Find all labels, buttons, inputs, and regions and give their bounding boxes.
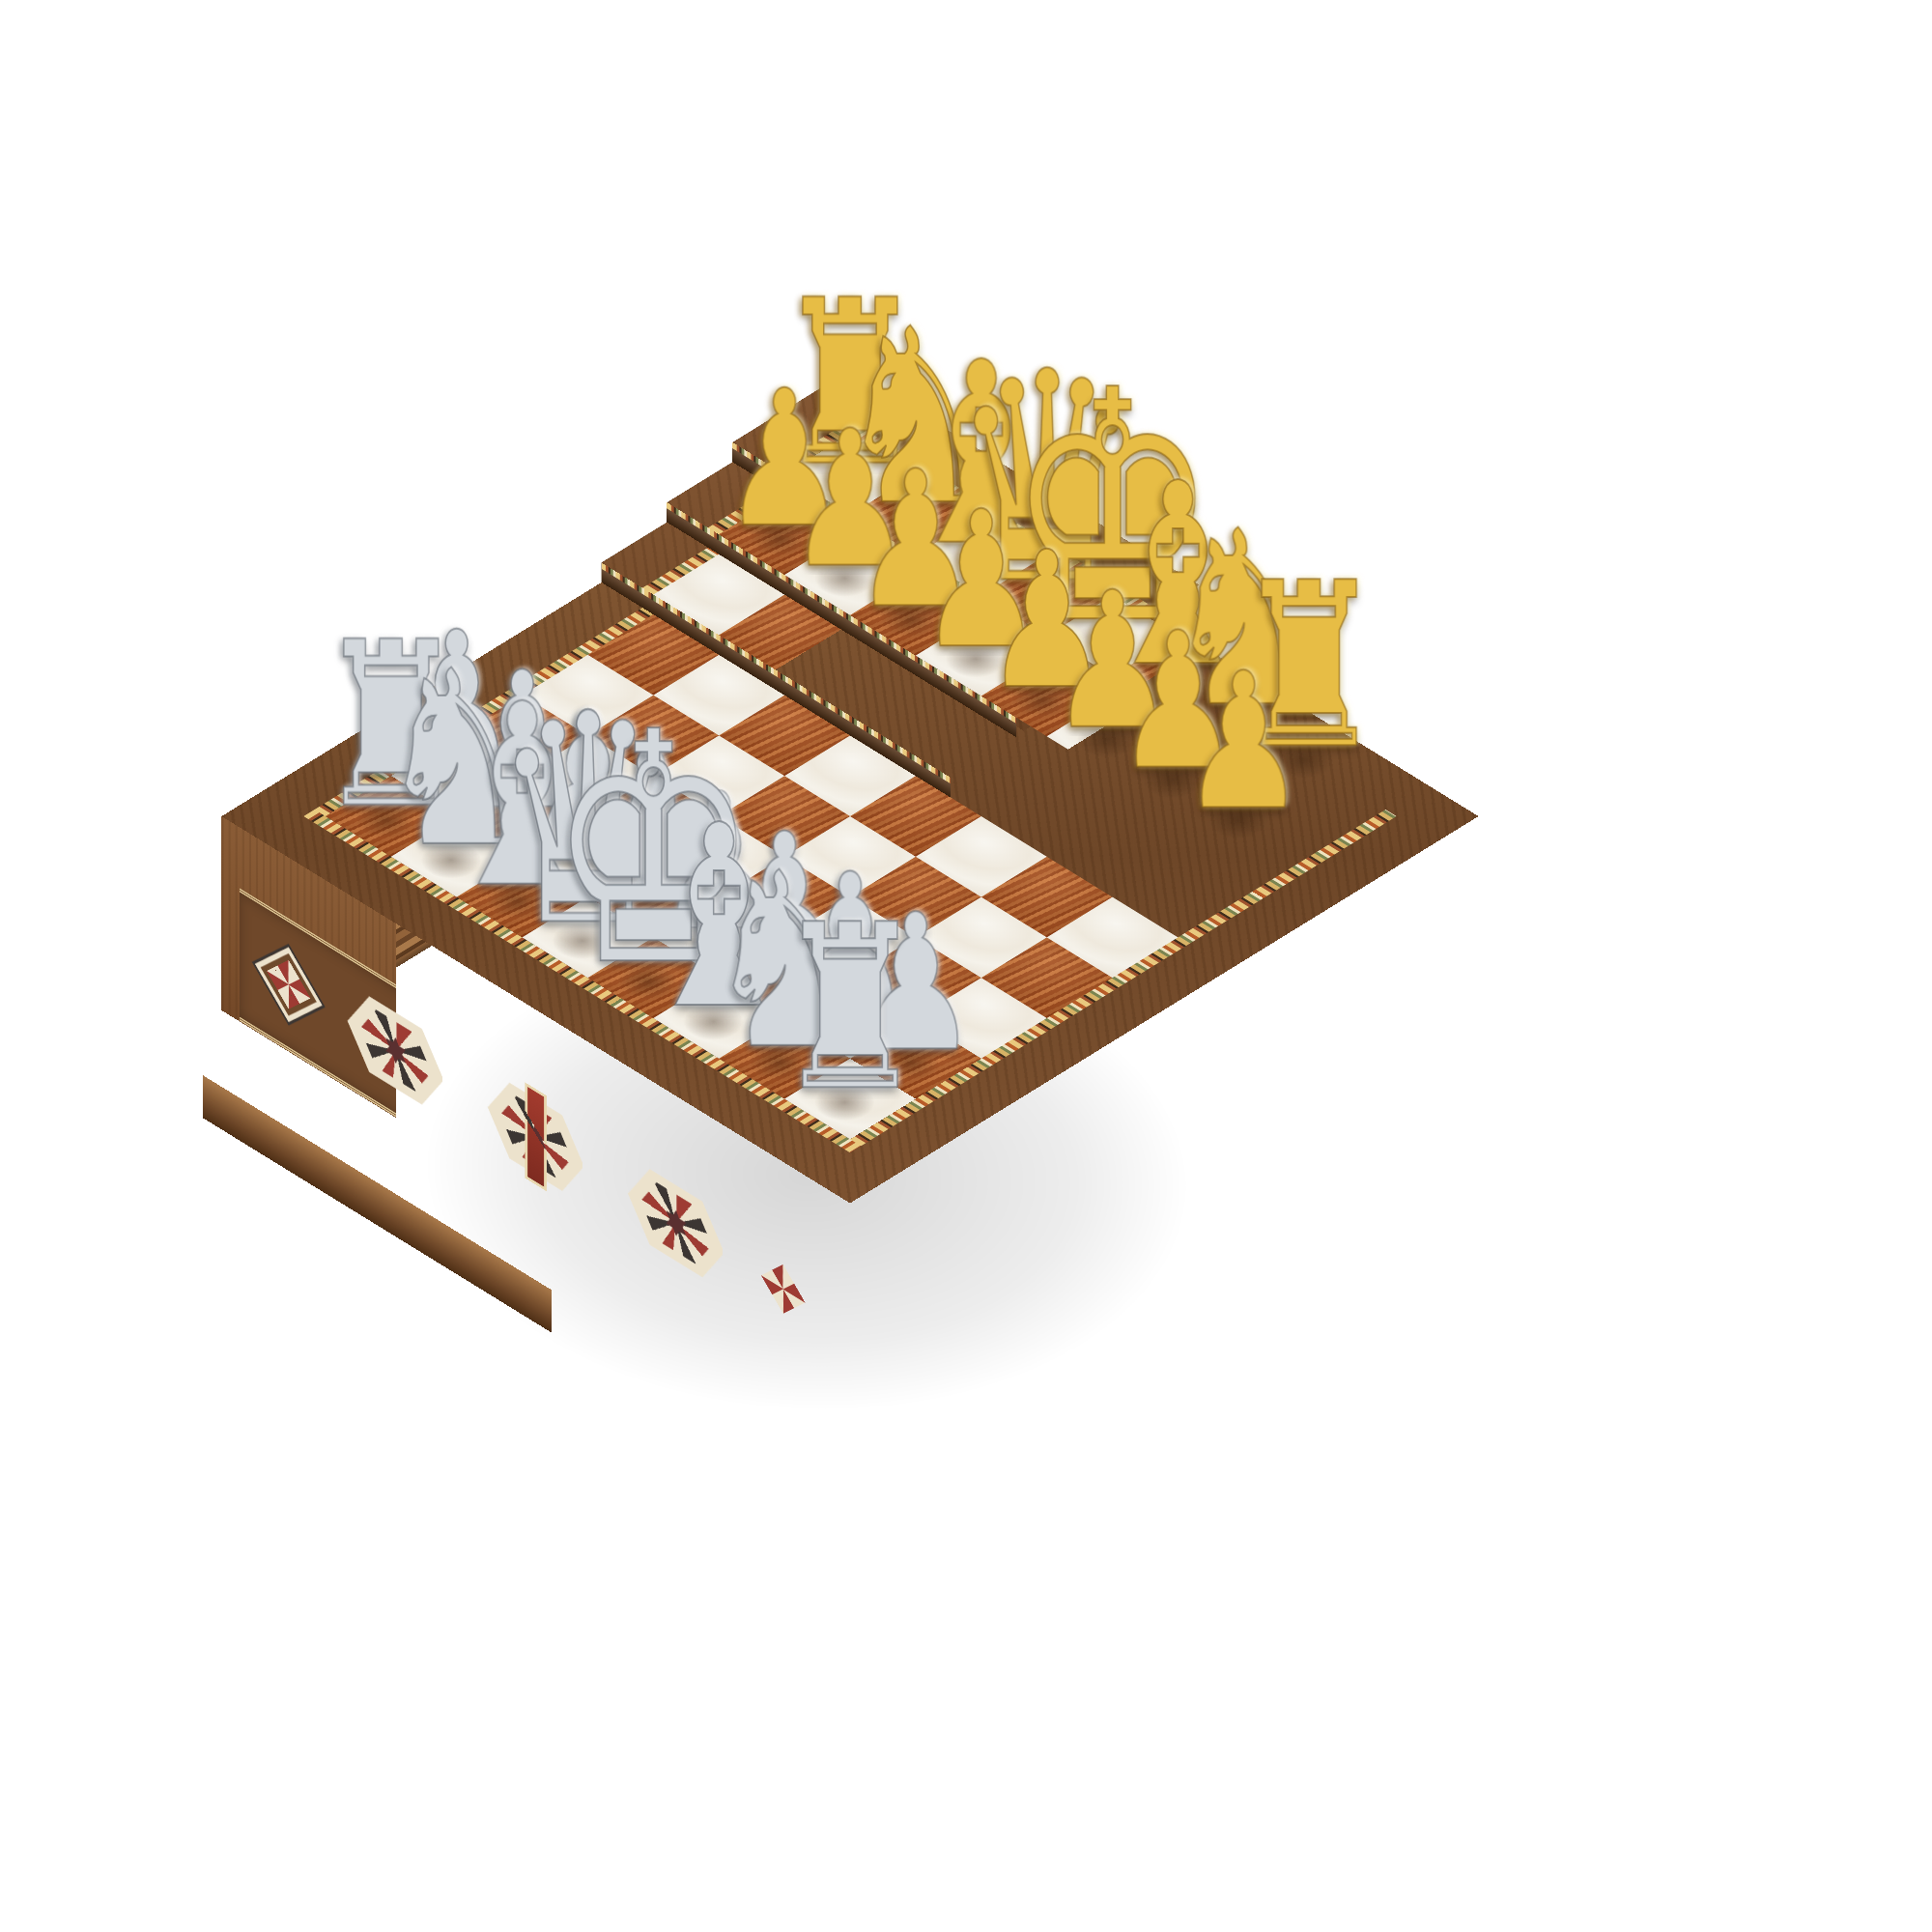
mosaic-star-cartouche-se-1	[338, 974, 453, 1126]
mosaic-red-bar-se-4	[525, 1082, 547, 1191]
mosaic-diamond-motif-se-6	[749, 1251, 816, 1326]
mosaic-star-cartouche-se-5	[619, 1147, 734, 1299]
product-photo: ♟♟♟♟♟♟♟♟♜♞♝♛♚♝♞♜♟♟♟♟♟♟♟♟♜♞♝♛♚♝♞♜	[0, 0, 1932, 1932]
gold-pawn-glyph: ♟	[1181, 647, 1306, 836]
mosaic-diamond-motif-se-0	[255, 947, 323, 1022]
chess-board: ♟♟♟♟♟♟♟♟♜♞♝♛♚♝♞♜♟♟♟♟♟♟♟♟♜♞♝♛♚♝♞♜	[221, 429, 1478, 1203]
silver-rook-glyph: ♜	[775, 895, 925, 1122]
